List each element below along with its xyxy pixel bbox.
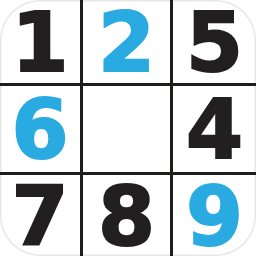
grid-cell-r1c1: 1 [0, 0, 80, 83]
grid-cell-r2c1: 6 [0, 86, 80, 172]
grid-line-horizontal-1 [0, 83, 256, 86]
digit-6: 6 [11, 89, 68, 171]
digit-4: 4 [186, 89, 243, 171]
digit-5: 5 [186, 2, 243, 84]
grid-cell-r1c2: 2 [83, 0, 170, 83]
grid-cell-r2c2-empty [83, 86, 170, 172]
grid-cell-r1c3: 5 [173, 0, 256, 83]
grid-cell-r3c2: 8 [83, 175, 170, 256]
digit-8: 8 [98, 176, 155, 256]
grid-line-vertical-2 [170, 0, 173, 256]
digit-1: 1 [11, 2, 68, 84]
digit-9: 9 [186, 176, 243, 256]
digit-2: 2 [98, 2, 155, 84]
digit-7: 7 [11, 176, 68, 256]
grid-cell-r3c1: 7 [0, 175, 80, 256]
grid-line-vertical-1 [80, 0, 83, 256]
grid-cell-r2c3: 4 [173, 86, 256, 172]
grid-line-horizontal-2 [0, 172, 256, 175]
grid-cell-r3c3: 9 [173, 175, 256, 256]
sudoku-app-icon[interactable]: 1 2 5 6 4 7 8 9 [0, 0, 256, 256]
